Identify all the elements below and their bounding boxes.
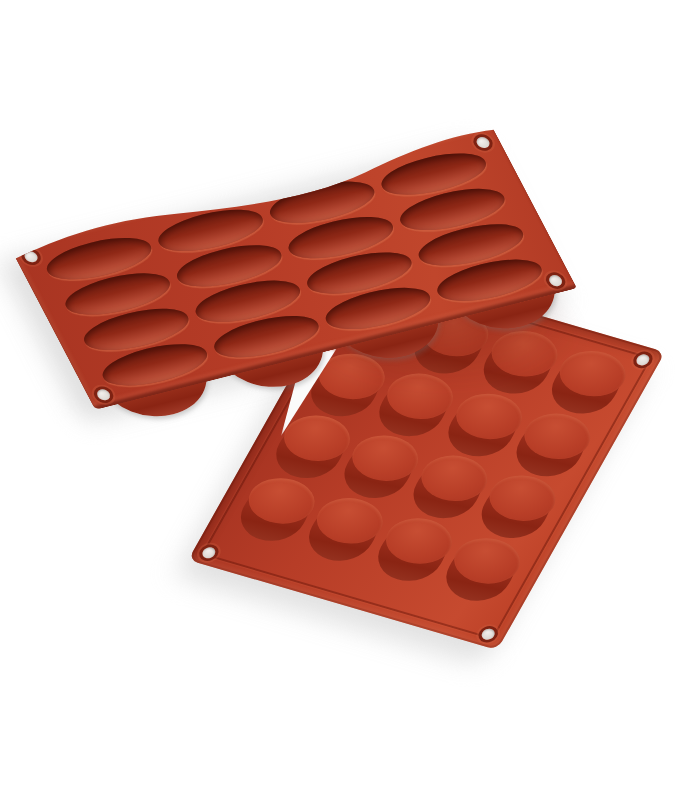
corner-hole bbox=[547, 274, 564, 288]
product-photo bbox=[0, 0, 680, 800]
